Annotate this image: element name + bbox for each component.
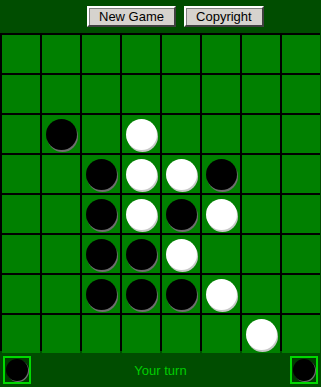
- board-cell[interactable]: [242, 275, 280, 313]
- board-cell[interactable]: [82, 75, 120, 113]
- board-cell[interactable]: [2, 115, 40, 153]
- board-cell[interactable]: [162, 155, 200, 193]
- board-cell[interactable]: [282, 195, 320, 233]
- white-piece: [126, 159, 157, 190]
- board-cell[interactable]: [2, 235, 40, 273]
- board-cell[interactable]: [42, 195, 80, 233]
- status-bar: Your turn: [0, 353, 321, 387]
- black-piece: [86, 199, 117, 230]
- white-piece: [166, 159, 197, 190]
- board-cell[interactable]: [122, 115, 160, 153]
- board-cell[interactable]: [2, 275, 40, 313]
- new-game-button[interactable]: New Game: [87, 6, 176, 27]
- black-piece: [293, 359, 315, 381]
- board-cell[interactable]: [2, 35, 40, 73]
- board-cell[interactable]: [2, 315, 40, 353]
- board-cell[interactable]: [122, 315, 160, 353]
- board-cell[interactable]: [202, 235, 240, 273]
- board-cell[interactable]: [82, 155, 120, 193]
- board-cell[interactable]: [202, 75, 240, 113]
- board-cell[interactable]: [82, 275, 120, 313]
- black-piece: [46, 119, 77, 150]
- board-cell[interactable]: [282, 315, 320, 353]
- status-text: Your turn: [134, 363, 186, 378]
- board-cell[interactable]: [2, 195, 40, 233]
- white-piece: [206, 199, 237, 230]
- board-cell[interactable]: [282, 275, 320, 313]
- board-cell[interactable]: [242, 235, 280, 273]
- board-cell[interactable]: [162, 315, 200, 353]
- board-cell[interactable]: [42, 75, 80, 113]
- board-cell[interactable]: [282, 115, 320, 153]
- board-cell[interactable]: [242, 155, 280, 193]
- black-piece: [166, 279, 197, 310]
- board-cell[interactable]: [242, 195, 280, 233]
- board-cell[interactable]: [82, 35, 120, 73]
- board-cell[interactable]: [282, 155, 320, 193]
- board-cell[interactable]: [42, 115, 80, 153]
- black-piece: [86, 159, 117, 190]
- white-piece: [126, 199, 157, 230]
- board-cell[interactable]: [202, 115, 240, 153]
- board-cell[interactable]: [202, 275, 240, 313]
- toolbar: New Game Copyright: [0, 0, 321, 33]
- black-piece: [6, 359, 28, 381]
- board-cell[interactable]: [122, 195, 160, 233]
- board-cell[interactable]: [42, 235, 80, 273]
- board-cell[interactable]: [122, 235, 160, 273]
- board-cell[interactable]: [202, 195, 240, 233]
- board-cell[interactable]: [162, 235, 200, 273]
- black-piece: [86, 279, 117, 310]
- white-piece: [246, 319, 277, 350]
- board-cell[interactable]: [82, 195, 120, 233]
- board-cell[interactable]: [202, 315, 240, 353]
- board-cell[interactable]: [122, 35, 160, 73]
- board-cell[interactable]: [82, 235, 120, 273]
- black-piece: [126, 239, 157, 270]
- player-indicator-right: [290, 356, 318, 384]
- board-cell[interactable]: [242, 115, 280, 153]
- board-cell[interactable]: [122, 155, 160, 193]
- copyright-button[interactable]: Copyright: [184, 6, 264, 27]
- board-cell[interactable]: [282, 75, 320, 113]
- board-cell[interactable]: [82, 115, 120, 153]
- reversi-window: New Game Copyright Your turn: [0, 0, 321, 387]
- board-cell[interactable]: [162, 275, 200, 313]
- black-piece: [206, 159, 237, 190]
- white-piece: [166, 239, 197, 270]
- player-indicator-left: [3, 356, 31, 384]
- board-cell[interactable]: [242, 35, 280, 73]
- board-cell[interactable]: [122, 275, 160, 313]
- black-piece: [166, 199, 197, 230]
- board: [0, 33, 320, 351]
- white-piece: [126, 119, 157, 150]
- board-cell[interactable]: [282, 235, 320, 273]
- board-cell[interactable]: [42, 315, 80, 353]
- board-cell[interactable]: [202, 35, 240, 73]
- black-piece: [126, 279, 157, 310]
- board-cell[interactable]: [202, 155, 240, 193]
- board-cell[interactable]: [282, 35, 320, 73]
- board-cell[interactable]: [162, 115, 200, 153]
- board-cell[interactable]: [122, 75, 160, 113]
- white-piece: [206, 279, 237, 310]
- board-cell[interactable]: [42, 35, 80, 73]
- board-cell[interactable]: [2, 75, 40, 113]
- black-piece: [86, 239, 117, 270]
- board-cell[interactable]: [162, 75, 200, 113]
- board-cell[interactable]: [82, 315, 120, 353]
- board-cell[interactable]: [242, 315, 280, 353]
- board-cell[interactable]: [162, 35, 200, 73]
- board-cell[interactable]: [42, 155, 80, 193]
- board-cell[interactable]: [2, 155, 40, 193]
- board-cell[interactable]: [242, 75, 280, 113]
- board-cell[interactable]: [42, 275, 80, 313]
- board-cell[interactable]: [162, 195, 200, 233]
